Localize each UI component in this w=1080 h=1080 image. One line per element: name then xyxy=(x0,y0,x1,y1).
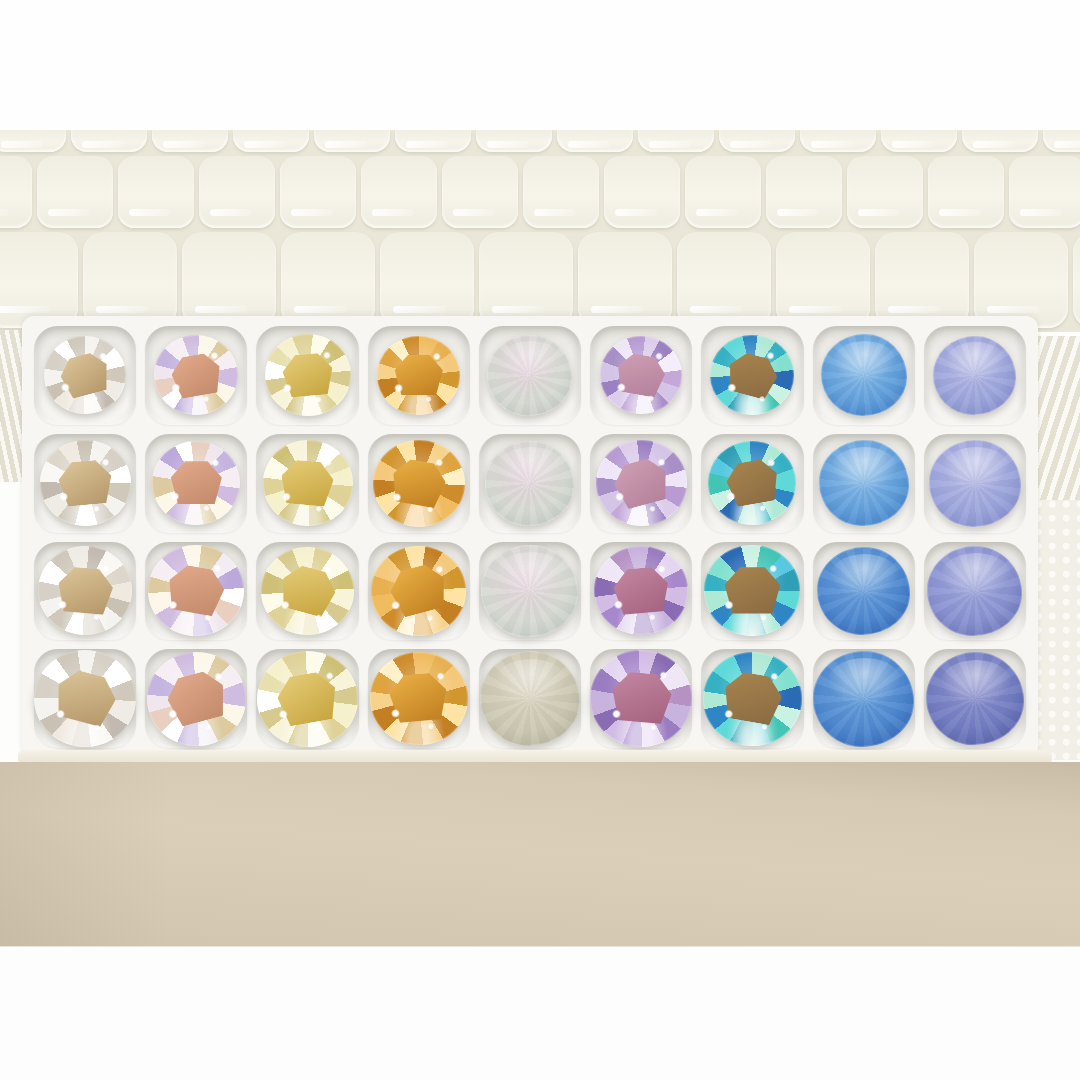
crystal-periwinkle_opal xyxy=(929,440,1021,527)
crystal-sheen xyxy=(833,341,897,382)
crystal-sheen xyxy=(827,658,902,706)
tray-well xyxy=(145,542,247,641)
tray-well xyxy=(590,326,692,425)
crystal-crystal xyxy=(34,650,136,747)
mat-tile xyxy=(395,130,471,152)
crystal-blue_opal_deep xyxy=(813,651,914,747)
crystal-crystal_ab xyxy=(148,545,244,636)
mat-tile xyxy=(578,232,672,328)
tray-grid xyxy=(34,326,1026,748)
mat-tile xyxy=(0,232,78,328)
crystal-topaz_ab xyxy=(370,652,468,745)
crystal-white_opal xyxy=(487,335,572,416)
crystal-periwinkle_opal xyxy=(933,336,1016,415)
crystal-white_opal xyxy=(481,545,578,637)
mat-tile xyxy=(152,130,228,152)
mat-tile xyxy=(719,130,795,152)
mat-row xyxy=(0,130,1080,152)
tray-well xyxy=(590,434,692,533)
background-bottom xyxy=(0,946,1080,1080)
crystal-crystal xyxy=(44,336,126,414)
crystal-crystal_ab xyxy=(147,652,246,746)
crystal-blue_opal_deep xyxy=(817,547,910,635)
mat-tile xyxy=(776,232,870,328)
mat-tile xyxy=(361,156,437,228)
mat-tile xyxy=(118,156,194,228)
mat-tile xyxy=(0,130,66,152)
crystal-table-facet xyxy=(725,567,781,613)
crystal-table-facet xyxy=(395,355,443,395)
crystal-table-facet xyxy=(610,455,672,511)
tray-well xyxy=(368,649,470,748)
crystal-sheen xyxy=(831,447,898,490)
tray-front-face xyxy=(0,762,1080,946)
crystal-blue_opal xyxy=(821,334,907,416)
crystal-green_ab xyxy=(710,335,794,415)
crystal-crystal xyxy=(40,440,131,526)
background-top xyxy=(0,0,1080,130)
mat-tile xyxy=(314,130,390,152)
crystal-green_ab xyxy=(703,652,802,746)
crystal-periwinkle_dark xyxy=(926,652,1024,745)
crystal-crystal_ab xyxy=(154,335,238,415)
mat-row xyxy=(0,156,1080,228)
tray-well xyxy=(256,434,358,533)
crystal-table-facet xyxy=(614,351,668,398)
crystal-table-facet xyxy=(612,565,670,615)
tray-well xyxy=(34,434,136,533)
crystal-sheen xyxy=(499,341,562,382)
tray-well xyxy=(368,326,470,425)
crystal-sheen xyxy=(945,342,1006,382)
crystal-blue_opal xyxy=(819,440,909,526)
tray-well xyxy=(924,649,1026,748)
crystal-violet xyxy=(600,336,682,414)
mat-tile xyxy=(523,156,599,228)
mat-tile xyxy=(685,156,761,228)
crystal-table-facet xyxy=(171,461,222,504)
mat-tile xyxy=(677,232,771,328)
crystal-sheen xyxy=(498,447,564,490)
mat-row xyxy=(0,232,1080,328)
mat-tile xyxy=(962,130,1038,152)
tray-well xyxy=(813,326,915,425)
mat-tile xyxy=(280,156,356,228)
tray-well xyxy=(479,542,581,641)
crystal-topaz_ab xyxy=(373,440,465,527)
mat-tile xyxy=(233,130,309,152)
crystal-table-facet xyxy=(50,667,120,730)
mat-tile xyxy=(847,156,923,228)
mat-tile xyxy=(0,156,32,228)
tray-well xyxy=(590,649,692,748)
mat-tile xyxy=(281,232,375,328)
crystal-jonquil xyxy=(265,334,351,416)
crystal-sheen xyxy=(941,553,1011,598)
tray-well xyxy=(701,326,803,425)
tray-well xyxy=(701,649,803,748)
tray-well xyxy=(924,434,1026,533)
crystal-topaz_ab xyxy=(377,336,460,415)
crystal-table-facet xyxy=(56,565,114,615)
mat-tile xyxy=(800,130,876,152)
crystal-table-facet xyxy=(389,456,449,509)
tray-well xyxy=(813,434,915,533)
crystal-sheen xyxy=(942,447,1010,491)
mat-tile xyxy=(380,232,474,328)
crystal-jonquil xyxy=(263,440,353,526)
tray-well xyxy=(479,326,581,425)
crystal-jonquil xyxy=(261,547,354,635)
crystal-periwinkle_deep xyxy=(927,546,1022,636)
mat-tile xyxy=(71,130,147,152)
crystal-white_opal xyxy=(485,441,574,526)
crystal-table-facet xyxy=(57,350,113,401)
crystal-table-facet xyxy=(724,349,782,401)
tray-well xyxy=(813,542,915,641)
tray-well xyxy=(145,434,247,533)
crystal-table-facet xyxy=(274,669,340,727)
crystal-table-facet xyxy=(281,352,334,398)
crystal-violet xyxy=(596,440,687,526)
tray-well xyxy=(368,542,470,641)
tray-well xyxy=(256,542,358,641)
crystal-sheen xyxy=(830,554,899,598)
crystal-sage_opal xyxy=(480,651,580,746)
mat-tile xyxy=(1073,232,1080,328)
tray-well xyxy=(256,326,358,425)
crystal-sheen xyxy=(940,660,1013,707)
mat-tile xyxy=(199,156,275,228)
crystal-table-facet xyxy=(610,671,673,725)
mat-tile xyxy=(881,130,957,152)
crystal-crystal_ab xyxy=(152,441,240,525)
crystal-table-facet xyxy=(386,561,451,620)
crystal-sheen xyxy=(494,659,568,707)
tray-well xyxy=(256,649,358,748)
crystal-jonquil xyxy=(257,651,358,747)
mat-tile xyxy=(83,232,177,328)
mat-tile xyxy=(638,130,714,152)
storage-tray xyxy=(22,316,1038,758)
crystal-table-facet xyxy=(165,563,228,618)
tray-well xyxy=(701,434,803,533)
mat-tile xyxy=(182,232,276,328)
mat-tile xyxy=(479,232,573,328)
crystal-table-facet xyxy=(724,457,782,508)
crystal-table-facet xyxy=(720,670,785,727)
tray-well xyxy=(590,542,692,641)
tray-well xyxy=(924,326,1026,425)
tile-mat xyxy=(0,130,1080,332)
tray-well xyxy=(34,326,136,425)
mat-tile xyxy=(604,156,680,228)
crystal-violet_deep xyxy=(594,546,688,635)
background-right-texture xyxy=(1034,500,1080,760)
mat-tile xyxy=(974,232,1068,328)
crystal-table-facet xyxy=(276,562,340,619)
crystal-green_ab xyxy=(708,441,796,525)
mat-tile xyxy=(875,232,969,328)
mat-tile xyxy=(37,156,113,228)
tray-well xyxy=(145,326,247,425)
crystal-table-facet xyxy=(57,459,113,507)
mat-tile xyxy=(557,130,633,152)
mat-tile xyxy=(1009,156,1080,228)
tray-well xyxy=(368,434,470,533)
crystal-topaz_ab xyxy=(371,546,466,636)
crystal-table-facet xyxy=(280,459,336,507)
crystal-table-facet xyxy=(169,351,224,400)
crystal-sheen xyxy=(495,552,567,598)
mat-tile xyxy=(1043,130,1080,152)
crystal-crystal xyxy=(38,546,132,635)
tray-well xyxy=(924,542,1026,641)
tray-well xyxy=(34,649,136,748)
tray-well xyxy=(479,649,581,748)
crystal-table-facet xyxy=(162,668,230,729)
tray-well xyxy=(701,542,803,641)
tray-well xyxy=(34,542,136,641)
photo-rhinestone-tray xyxy=(0,0,1080,1080)
mat-tile xyxy=(442,156,518,228)
crystal-green_ab xyxy=(704,545,800,636)
mat-tile xyxy=(766,156,842,228)
crystal-violet_deep xyxy=(590,650,692,747)
tray-well xyxy=(145,649,247,748)
crystal-table-facet xyxy=(388,672,449,724)
tray-well xyxy=(479,434,581,533)
mat-tile xyxy=(476,130,552,152)
tray-well xyxy=(813,649,915,748)
mat-tile xyxy=(928,156,1004,228)
